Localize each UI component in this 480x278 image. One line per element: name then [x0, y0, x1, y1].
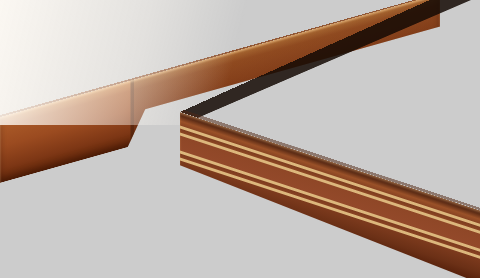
- photo-stage: [0, 0, 480, 278]
